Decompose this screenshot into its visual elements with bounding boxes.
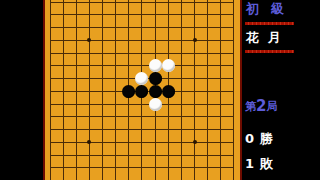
grid-line-horizontal — [50, 65, 235, 66]
grid-line-horizontal — [50, 53, 235, 54]
black-stone — [122, 85, 135, 98]
grid-line-horizontal — [50, 116, 235, 117]
sidebar: 初級 花月 第2局 0勝 1敗 — [242, 0, 320, 180]
white-stone — [149, 98, 162, 111]
wins-counter: 0勝 — [245, 130, 273, 148]
grid-line-horizontal — [50, 27, 235, 28]
grid-line-horizontal — [50, 14, 235, 15]
wins-value: 0 — [245, 131, 254, 146]
black-stone — [162, 85, 175, 98]
game-number-suffix: 局 — [266, 100, 277, 113]
game-number-value: 2 — [256, 97, 266, 115]
star-point — [87, 38, 91, 42]
star-point — [193, 140, 197, 144]
grid-line-horizontal — [50, 142, 235, 143]
white-stone — [162, 59, 175, 72]
game-number: 第2局 — [245, 97, 277, 115]
black-stone — [135, 85, 148, 98]
game-number-prefix: 第 — [245, 100, 256, 113]
grid-line-horizontal — [50, 167, 235, 168]
star-point — [193, 38, 197, 42]
opening-name-label: 花月 — [246, 29, 290, 47]
grid-line-horizontal — [50, 40, 235, 41]
level-label: 初級 — [246, 0, 296, 18]
losses-label: 敗 — [260, 156, 273, 171]
renju-board[interactable] — [45, 0, 240, 180]
white-stone — [149, 59, 162, 72]
wins-label: 勝 — [260, 131, 273, 146]
black-stone — [149, 72, 162, 85]
grid-line-horizontal — [50, 104, 235, 105]
losses-counter: 1敗 — [245, 155, 273, 173]
red-divider-top — [245, 22, 294, 25]
grid-line-horizontal — [50, 155, 235, 156]
star-point — [87, 140, 91, 144]
red-divider-bottom — [245, 50, 294, 53]
black-stone — [149, 85, 162, 98]
white-stone — [135, 72, 148, 85]
losses-value: 1 — [245, 156, 254, 171]
grid-line-horizontal — [50, 129, 235, 130]
grid-line-horizontal — [50, 2, 235, 3]
game-screen: 初級 花月 第2局 0勝 1敗 — [0, 0, 320, 180]
